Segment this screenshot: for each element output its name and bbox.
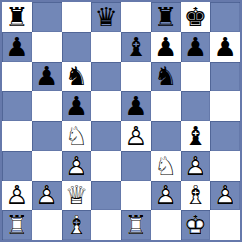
white-piece-outline-glyph: ♖ (2, 210, 32, 240)
black-bishop-piece[interactable]: ♝ (121, 32, 151, 62)
square-e2[interactable] (121, 181, 151, 211)
square-g5[interactable] (181, 91, 211, 121)
chess-board: ♜♛♜♚♟♝♟♟♟♟♞♞♟♟♞♘♟♙♝♟♙♞♘♟♙♟♙♟♙♛♕♟♙♝♗♟♙♜♖♝… (0, 0, 242, 242)
black-bishop-piece[interactable]: ♝ (181, 121, 211, 151)
square-a5[interactable] (2, 91, 32, 121)
square-d7[interactable] (91, 32, 121, 62)
square-b4[interactable] (32, 121, 62, 151)
white-piece-outline-glyph: ♖ (121, 210, 151, 240)
white-piece-outline-glyph: ♙ (210, 181, 240, 211)
white-rook-piece[interactable]: ♜♖ (121, 210, 151, 240)
black-king-piece[interactable]: ♚ (181, 2, 211, 32)
white-piece-outline-glyph: ♗ (62, 210, 92, 240)
square-h4[interactable] (210, 121, 240, 151)
square-a6[interactable] (2, 62, 32, 92)
square-a7[interactable]: ♟ (2, 32, 32, 62)
square-h6[interactable] (210, 62, 240, 92)
white-piece-outline-glyph: ♙ (32, 181, 62, 211)
white-pawn-piece[interactable]: ♟♙ (2, 181, 32, 211)
white-piece-outline-glyph: ♘ (151, 151, 181, 181)
square-e7[interactable]: ♝ (121, 32, 151, 62)
square-f6[interactable]: ♞ (151, 62, 181, 92)
white-knight-piece[interactable]: ♞♘ (151, 151, 181, 181)
square-h5[interactable] (210, 91, 240, 121)
square-e8[interactable] (121, 2, 151, 32)
square-f1[interactable] (151, 210, 181, 240)
black-knight-piece[interactable]: ♞ (62, 62, 92, 92)
square-c8[interactable] (62, 2, 92, 32)
black-knight-piece[interactable]: ♞ (151, 62, 181, 92)
white-piece-outline-glyph: ♘ (62, 121, 92, 151)
white-knight-piece[interactable]: ♞♘ (62, 121, 92, 151)
black-queen-piece[interactable]: ♛ (91, 2, 121, 32)
white-piece-outline-glyph: ♙ (121, 121, 151, 151)
black-pawn-piece[interactable]: ♟ (32, 62, 62, 92)
square-g8[interactable]: ♚ (181, 2, 211, 32)
square-f8[interactable]: ♜ (151, 2, 181, 32)
white-piece-outline-glyph: ♙ (2, 181, 32, 211)
square-g2[interactable]: ♝♗ (181, 181, 211, 211)
square-h8[interactable] (210, 2, 240, 32)
square-e3[interactable] (121, 151, 151, 181)
square-c2[interactable]: ♛♕ (62, 181, 92, 211)
square-g6[interactable] (181, 62, 211, 92)
white-queen-piece[interactable]: ♛♕ (62, 181, 92, 211)
square-d2[interactable] (91, 181, 121, 211)
white-piece-outline-glyph: ♙ (62, 151, 92, 181)
black-rook-piece[interactable]: ♜ (2, 2, 32, 32)
square-f4[interactable] (151, 121, 181, 151)
black-pawn-piece[interactable]: ♟ (151, 32, 181, 62)
square-a4[interactable] (2, 121, 32, 151)
white-pawn-piece[interactable]: ♟♙ (32, 181, 62, 211)
white-pawn-piece[interactable]: ♟♙ (121, 121, 151, 151)
black-pawn-piece[interactable]: ♟ (210, 32, 240, 62)
square-e6[interactable] (121, 62, 151, 92)
square-h2[interactable]: ♟♙ (210, 181, 240, 211)
square-d8[interactable]: ♛ (91, 2, 121, 32)
square-f5[interactable] (151, 91, 181, 121)
square-a1[interactable]: ♜♖ (2, 210, 32, 240)
square-a3[interactable] (2, 151, 32, 181)
white-piece-outline-glyph: ♔ (181, 210, 211, 240)
square-h3[interactable] (210, 151, 240, 181)
white-king-piece[interactable]: ♚♔ (181, 210, 211, 240)
white-pawn-piece[interactable]: ♟♙ (181, 151, 211, 181)
square-b2[interactable]: ♟♙ (32, 181, 62, 211)
square-c6[interactable]: ♞ (62, 62, 92, 92)
square-g4[interactable]: ♝ (181, 121, 211, 151)
square-f2[interactable]: ♟♙ (151, 181, 181, 211)
black-rook-piece[interactable]: ♜ (151, 2, 181, 32)
square-b1[interactable] (32, 210, 62, 240)
white-bishop-piece[interactable]: ♝♗ (181, 181, 211, 211)
square-g1[interactable]: ♚♔ (181, 210, 211, 240)
square-a2[interactable]: ♟♙ (2, 181, 32, 211)
white-piece-outline-glyph: ♕ (62, 181, 92, 211)
square-d5[interactable] (91, 91, 121, 121)
white-piece-outline-glyph: ♙ (151, 181, 181, 211)
square-d6[interactable] (91, 62, 121, 92)
square-c1[interactable]: ♝♗ (62, 210, 92, 240)
square-a8[interactable]: ♜ (2, 2, 32, 32)
square-c7[interactable] (62, 32, 92, 62)
black-pawn-piece[interactable]: ♟ (2, 32, 32, 62)
square-c4[interactable]: ♞♘ (62, 121, 92, 151)
square-g7[interactable]: ♟ (181, 32, 211, 62)
square-h7[interactable]: ♟ (210, 32, 240, 62)
black-pawn-piece[interactable]: ♟ (121, 91, 151, 121)
square-c3[interactable]: ♟♙ (62, 151, 92, 181)
square-h1[interactable] (210, 210, 240, 240)
square-e4[interactable]: ♟♙ (121, 121, 151, 151)
square-d3[interactable] (91, 151, 121, 181)
white-piece-outline-glyph: ♙ (181, 151, 211, 181)
white-pawn-piece[interactable]: ♟♙ (210, 181, 240, 211)
square-d1[interactable] (91, 210, 121, 240)
square-d4[interactable] (91, 121, 121, 151)
square-f7[interactable]: ♟ (151, 32, 181, 62)
black-pawn-piece[interactable]: ♟ (62, 91, 92, 121)
white-rook-piece[interactable]: ♜♖ (2, 210, 32, 240)
white-pawn-piece[interactable]: ♟♙ (62, 151, 92, 181)
square-b8[interactable] (32, 2, 62, 32)
square-e1[interactable]: ♜♖ (121, 210, 151, 240)
square-b3[interactable] (32, 151, 62, 181)
square-b6[interactable]: ♟ (32, 62, 62, 92)
black-pawn-piece[interactable]: ♟ (181, 32, 211, 62)
square-f3[interactable]: ♞♘ (151, 151, 181, 181)
square-b7[interactable] (32, 32, 62, 62)
square-g3[interactable]: ♟♙ (181, 151, 211, 181)
square-b5[interactable] (32, 91, 62, 121)
white-pawn-piece[interactable]: ♟♙ (151, 181, 181, 211)
square-c5[interactable]: ♟ (62, 91, 92, 121)
white-piece-outline-glyph: ♗ (181, 181, 211, 211)
white-bishop-piece[interactable]: ♝♗ (62, 210, 92, 240)
square-e5[interactable]: ♟ (121, 91, 151, 121)
